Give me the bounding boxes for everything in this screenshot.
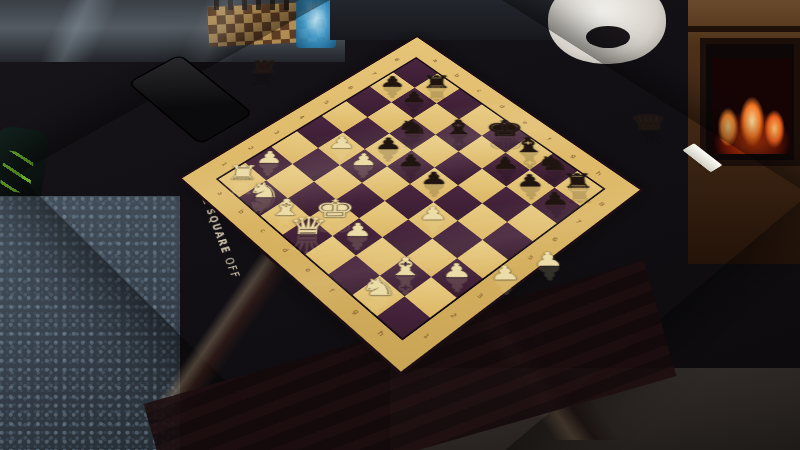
black-queen[interactable]: ♛ <box>628 112 670 133</box>
cabinet-shelf <box>688 26 800 32</box>
black-rook[interactable]: ♜ <box>248 59 281 75</box>
logo-word-off: OFF <box>222 256 243 280</box>
tradeshow-photo-scene: ♜SQUARE OFF abcdefgh abcdefgh 12345678 1… <box>0 0 800 450</box>
white-pawn[interactable]: ♟ <box>532 250 565 269</box>
white-label-sticker <box>682 143 722 172</box>
white-pawn[interactable]: ♟ <box>349 151 379 167</box>
black-pawn[interactable]: ♟ <box>419 170 449 187</box>
white-pawn[interactable]: ♟ <box>327 134 357 150</box>
black-pawn[interactable]: ♟ <box>400 90 428 105</box>
black-pawn[interactable]: ♟ <box>379 74 407 89</box>
black-bishop[interactable]: ♝ <box>440 118 477 138</box>
chair-backrest-gap <box>586 26 630 48</box>
coord-label-d: d <box>271 239 299 262</box>
companion-phone[interactable] <box>127 54 254 145</box>
black-pawn[interactable]: ♟ <box>396 152 425 168</box>
black-pawn[interactable]: ♟ <box>490 155 520 172</box>
piece-reflection: ♟ <box>489 277 522 297</box>
